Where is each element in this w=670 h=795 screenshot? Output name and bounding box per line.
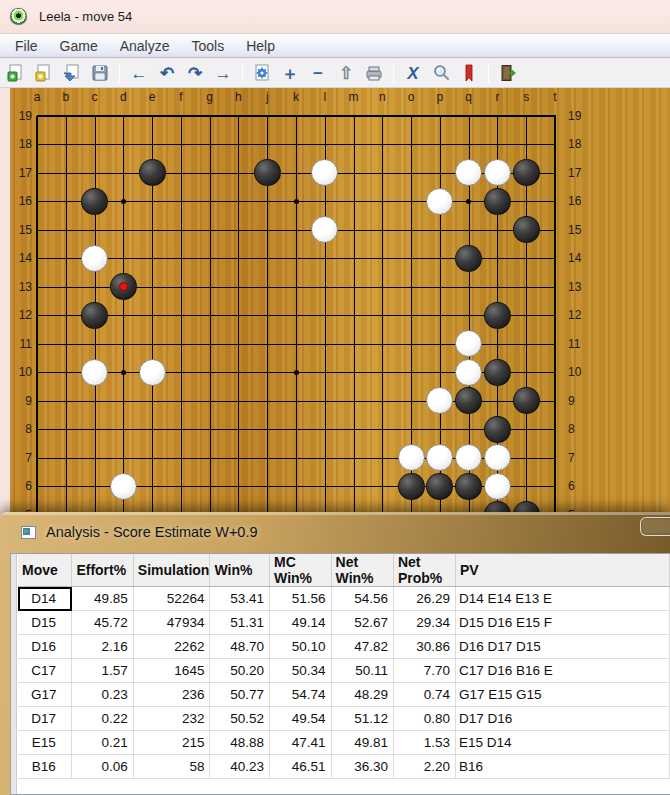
value-cell[interactable]: D15 D16 E15 F: [455, 611, 669, 635]
value-cell[interactable]: 54.56: [331, 587, 393, 611]
hoshi-point: [294, 199, 299, 204]
value-cell[interactable]: 51.12: [331, 707, 393, 731]
analysis-window-icon: [21, 526, 36, 539]
move-cell[interactable]: D14: [18, 587, 72, 611]
analysis-row-d17[interactable]: D170.2223250.5249.5451.120.80D17 D16: [18, 707, 670, 731]
analysis-corner-button[interactable]: [640, 517, 670, 536]
black-stone-s9: [513, 387, 540, 414]
leela-window: Leela - move 54 File Game Analyze Tools …: [0, 0, 670, 795]
black-stone-o6: [398, 473, 425, 500]
hoshi-point: [121, 199, 126, 204]
printer-icon[interactable]: [362, 61, 386, 85]
analysis-titlebar[interactable]: Analysis - Score Estimate W+0.9: [0, 512, 670, 552]
board-vline: [354, 116, 355, 513]
board-row-label: 11: [568, 337, 590, 351]
minus-icon[interactable]: −: [306, 61, 330, 85]
analysis-window: Analysis - Score Estimate W+0.9 MoveEffo…: [0, 512, 670, 795]
value-cell[interactable]: 48.29: [331, 683, 393, 707]
new-board-icon[interactable]: [4, 61, 28, 85]
column-header-net-prob-[interactable]: Net Prob%: [393, 554, 455, 587]
toolbar: ← ↶ ↷ → ＋ − ⇧ X: [0, 59, 670, 88]
board-row-label: 17: [568, 166, 590, 180]
board-col-label: g: [200, 90, 220, 104]
board-col-label: j: [257, 90, 277, 104]
board-col-label: s: [516, 90, 536, 104]
menu-analyze[interactable]: Analyze: [109, 36, 181, 56]
board-row-label: 9: [568, 394, 590, 408]
analysis-table[interactable]: MoveEffort%SimulationWin%MC Win%Net Win%…: [18, 554, 670, 779]
black-stone-r10: [484, 359, 511, 386]
value-cell[interactable]: 45.72: [72, 611, 133, 635]
white-stone-r17: [484, 159, 511, 186]
value-cell[interactable]: 7.70: [393, 659, 455, 683]
toolbar-separator: [242, 63, 243, 83]
black-stone-r8: [484, 416, 511, 443]
black-stone-c16: [81, 188, 108, 215]
board-col-label: n: [372, 90, 392, 104]
analysis-row-d15[interactable]: D1545.724793451.3149.1452.6729.34D15 D16…: [18, 611, 670, 635]
value-cell[interactable]: 58: [133, 755, 210, 779]
value-cell[interactable]: C17 D16 B16 E: [455, 659, 669, 683]
board-row-label: 13: [568, 280, 590, 294]
analysis-row-g17[interactable]: G170.2323650.7754.7448.290.74G17 E15 G15: [18, 683, 670, 707]
white-stone-p9: [426, 387, 453, 414]
value-cell[interactable]: 53.41: [210, 587, 270, 611]
black-stone-q6: [455, 473, 482, 500]
board-col-label: m: [344, 90, 364, 104]
value-cell[interactable]: 50.10: [270, 635, 332, 659]
toolbar-separator: [393, 63, 394, 83]
menu-tools[interactable]: Tools: [181, 36, 236, 56]
value-cell[interactable]: 54.74: [270, 683, 332, 707]
toolbar-separator: [488, 63, 489, 83]
value-cell[interactable]: 0.21: [72, 731, 133, 755]
board-row-label: 7: [10, 451, 32, 465]
board-col-label: c: [85, 90, 105, 104]
new-yellow-icon[interactable]: [32, 61, 56, 85]
board-row-label: 15: [568, 223, 590, 237]
value-cell[interactable]: 0.22: [72, 707, 133, 731]
board-vline: [554, 116, 556, 513]
white-stone-p16: [426, 188, 453, 215]
board-row-label: 8: [10, 422, 32, 436]
value-cell[interactable]: 26.29: [393, 587, 455, 611]
leela-eye-icon: [10, 8, 27, 25]
white-stone-q7: [455, 444, 482, 471]
board-row-label: 9: [10, 394, 32, 408]
value-cell[interactable]: G17 E15 G15: [455, 683, 669, 707]
board-row-label: 10: [10, 365, 32, 379]
board-row-label: 12: [10, 308, 32, 322]
hoshi-point: [294, 370, 299, 375]
analyze-page-icon[interactable]: [250, 61, 274, 85]
move-cell[interactable]: D17: [18, 707, 72, 731]
menu-help[interactable]: Help: [235, 36, 286, 56]
white-stone-r6: [484, 473, 511, 500]
value-cell[interactable]: 47.82: [331, 635, 393, 659]
black-stone-d13: [110, 273, 137, 300]
value-cell[interactable]: 52.67: [331, 611, 393, 635]
hoshi-point: [466, 199, 471, 204]
value-cell[interactable]: 36.30: [331, 755, 393, 779]
value-cell[interactable]: 50.77: [210, 683, 270, 707]
black-stone-q9: [455, 387, 482, 414]
value-cell[interactable]: 1645: [133, 659, 210, 683]
board-row-label: 10: [568, 365, 590, 379]
board-col-label: l: [315, 90, 335, 104]
value-cell[interactable]: 49.85: [72, 587, 133, 611]
black-stone-r12: [484, 302, 511, 329]
toolbar-separator: [119, 63, 120, 83]
analysis-title: Analysis - Score Estimate W+0.9: [46, 524, 258, 540]
board-row-label: 14: [568, 251, 590, 265]
column-header-move[interactable]: Move: [18, 554, 72, 587]
white-stone-q11: [455, 330, 482, 357]
value-cell[interactable]: 51.56: [270, 587, 332, 611]
value-cell[interactable]: 48.70: [210, 635, 270, 659]
board-row-label: 18: [10, 137, 32, 151]
move-cell[interactable]: C17: [18, 659, 72, 683]
board-row-label: 16: [568, 194, 590, 208]
value-cell[interactable]: 1.57: [72, 659, 133, 683]
black-stone-q14: [455, 245, 482, 272]
move-cell[interactable]: E15: [18, 731, 72, 755]
white-stone-l15: [311, 216, 338, 243]
column-header-mc-win-[interactable]: MC Win%: [270, 554, 332, 587]
board-row-label: 19: [10, 109, 32, 123]
analysis-row-d16[interactable]: D162.16226248.7050.1047.8230.86D16 D17 D…: [18, 635, 670, 659]
board-col-label: d: [113, 90, 133, 104]
black-stone-r16: [484, 188, 511, 215]
value-cell[interactable]: 48.88: [210, 731, 270, 755]
white-stone-o7: [398, 444, 425, 471]
column-header-win-[interactable]: Win%: [210, 554, 270, 587]
hoshi-point: [121, 370, 126, 375]
value-cell[interactable]: 29.34: [393, 611, 455, 635]
board-row-label: 19: [568, 109, 590, 123]
value-cell[interactable]: 50.11: [331, 659, 393, 683]
bookmark-icon[interactable]: [457, 61, 481, 85]
value-cell[interactable]: E15 D14: [455, 731, 669, 755]
black-stone-e17: [139, 159, 166, 186]
board-row-label: 8: [568, 422, 590, 436]
save-icon[interactable]: [88, 61, 112, 85]
value-cell[interactable]: 0.80: [393, 707, 455, 731]
value-cell[interactable]: 0.74: [393, 683, 455, 707]
value-cell[interactable]: 50.34: [270, 659, 332, 683]
white-stone-p7: [426, 444, 453, 471]
black-stone-s17: [513, 159, 540, 186]
white-stone-d6: [110, 473, 137, 500]
value-cell[interactable]: D14 E14 E13 E: [455, 587, 669, 611]
first-move-icon[interactable]: ←: [127, 61, 151, 85]
white-stone-c10: [81, 359, 108, 386]
board-row-label: 17: [10, 166, 32, 180]
board-col-label: o: [401, 90, 421, 104]
board-vline: [382, 116, 383, 513]
value-cell[interactable]: 47934: [133, 611, 210, 635]
white-stone-c14: [81, 245, 108, 272]
board-row-label: 16: [10, 194, 32, 208]
board-row-label: 12: [568, 308, 590, 322]
board-col-label: r: [487, 90, 507, 104]
white-stone-q10: [455, 359, 482, 386]
value-cell[interactable]: 30.86: [393, 635, 455, 659]
exit-door-icon[interactable]: [496, 61, 520, 85]
black-stone-c12: [81, 302, 108, 329]
value-cell[interactable]: 236: [133, 683, 210, 707]
value-cell[interactable]: 49.14: [270, 611, 332, 635]
last-move-marker: [119, 282, 128, 291]
board-col-label: e: [142, 90, 162, 104]
board-col-label: k: [286, 90, 306, 104]
value-cell[interactable]: 52264: [133, 587, 210, 611]
value-cell[interactable]: D17 D16: [455, 707, 669, 731]
board-col-label: b: [56, 90, 76, 104]
value-cell[interactable]: 0.23: [72, 683, 133, 707]
value-cell[interactable]: D16 D17 D15: [455, 635, 669, 659]
value-cell[interactable]: 50.52: [210, 707, 270, 731]
board-row-label: 14: [10, 251, 32, 265]
column-header-pv[interactable]: PV: [455, 554, 669, 587]
plus-icon[interactable]: ＋: [278, 61, 302, 85]
board-row-label: 13: [10, 280, 32, 294]
menu-game[interactable]: Game: [49, 36, 109, 56]
move-cell[interactable]: B16: [18, 755, 72, 779]
move-cell[interactable]: G17: [18, 683, 72, 707]
pass-up-icon[interactable]: ⇧: [334, 61, 358, 85]
value-cell[interactable]: 49.54: [270, 707, 332, 731]
value-cell[interactable]: 51.31: [210, 611, 270, 635]
analysis-row-d14[interactable]: D1449.855226453.4151.5654.5626.29D14 E14…: [18, 587, 670, 611]
menu-file[interactable]: File: [4, 36, 49, 56]
value-cell[interactable]: 40.23: [210, 755, 270, 779]
analysis-row-b16[interactable]: B160.065840.2346.5136.302.20B16: [18, 755, 670, 779]
value-cell[interactable]: 2262: [133, 635, 210, 659]
white-stone-e10: [139, 359, 166, 386]
white-stone-q17: [455, 159, 482, 186]
redo-move-icon[interactable]: ↷: [183, 61, 207, 85]
open-icon[interactable]: [60, 61, 84, 85]
board-col-label: a: [27, 90, 47, 104]
board-col-label: p: [430, 90, 450, 104]
white-stone-r7: [484, 444, 511, 471]
value-cell[interactable]: 49.81: [331, 731, 393, 755]
board-hline: [37, 429, 556, 430]
board-col-label: f: [171, 90, 191, 104]
column-header-effort-[interactable]: Effort%: [72, 554, 133, 587]
board-row-label: 6: [10, 479, 32, 493]
value-cell[interactable]: 46.51: [270, 755, 332, 779]
white-stone-l17: [311, 159, 338, 186]
analysis-row-c17[interactable]: C171.57164550.2050.3450.117.70C17 D16 B1…: [18, 659, 670, 683]
value-cell[interactable]: 47.41: [270, 731, 332, 755]
black-stone-j17: [254, 159, 281, 186]
black-stone-s15: [513, 216, 540, 243]
value-cell[interactable]: 50.20: [210, 659, 270, 683]
column-header-net-win-[interactable]: Net Win%: [331, 554, 393, 587]
board-row-label: 7: [568, 451, 590, 465]
analysis-body: MoveEffort%SimulationWin%MC Win%Net Win%…: [10, 553, 670, 795]
estimate-magnifier-icon[interactable]: [429, 61, 453, 85]
value-cell[interactable]: 232: [133, 707, 210, 731]
board-vline: [296, 116, 297, 513]
board-row-label: 15: [10, 223, 32, 237]
board-row-label: 6: [568, 479, 590, 493]
last-move-icon[interactable]: →: [211, 61, 235, 85]
column-header-simulation[interactable]: Simulation: [133, 554, 210, 587]
value-cell[interactable]: 215: [133, 731, 210, 755]
table-row-header-strip: [11, 554, 17, 794]
board-row-label: 11: [10, 337, 32, 351]
window-title: Leela - move 54: [39, 9, 132, 24]
board-row-label: 18: [568, 137, 590, 151]
value-cell[interactable]: 2.16: [72, 635, 133, 659]
value-cell[interactable]: B16: [455, 755, 669, 779]
analysis-row-e15[interactable]: E150.2121548.8847.4149.811.53E15 D14: [18, 731, 670, 755]
menubar: File Game Analyze Tools Help: [0, 33, 670, 58]
move-cell[interactable]: D16: [18, 635, 72, 659]
value-cell[interactable]: 2.20: [393, 755, 455, 779]
window-titlebar[interactable]: Leela - move 54: [0, 0, 670, 33]
board-col-label: t: [545, 90, 565, 104]
board-col-label: q: [459, 90, 479, 104]
undo-move-icon[interactable]: ↶: [155, 61, 179, 85]
board-col-label: h: [228, 90, 248, 104]
value-cell[interactable]: 1.53: [393, 731, 455, 755]
move-cell[interactable]: D15: [18, 611, 72, 635]
go-board[interactable]: abcdefghjklmnopqrst191918181717161615151…: [10, 88, 670, 513]
delete-x-icon[interactable]: X: [401, 61, 425, 85]
value-cell[interactable]: 0.06: [72, 755, 133, 779]
black-stone-p6: [426, 473, 453, 500]
